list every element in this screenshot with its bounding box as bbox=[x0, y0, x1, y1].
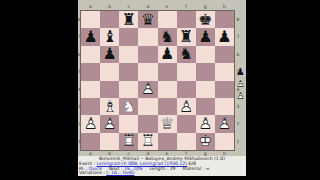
square-h8[interactable] bbox=[215, 11, 234, 28]
white-pawn: ♟♙ bbox=[81, 115, 100, 132]
white-pawn: ♟♙ bbox=[138, 81, 157, 98]
rank-label-7: 7 bbox=[236, 34, 240, 39]
square-f1[interactable] bbox=[177, 133, 196, 150]
black-pawn: ♟ bbox=[196, 28, 215, 45]
square-a8[interactable] bbox=[81, 11, 100, 28]
rank-label-2: 2 bbox=[236, 121, 240, 126]
video-frame: abcdefgh abcdefgh 87654321 87654321 ♜♛♚♟… bbox=[0, 0, 320, 180]
black-rook: ♜ bbox=[177, 28, 196, 45]
white-pawn: ♟♙ bbox=[177, 98, 196, 115]
black-pawn: ♟ bbox=[215, 28, 234, 45]
length-value: Length : 29 bbox=[149, 167, 175, 172]
square-a1[interactable] bbox=[81, 133, 100, 150]
captured-pieces-tray: ♟♟♙♟♙ bbox=[235, 66, 246, 102]
black-queen: ♛ bbox=[138, 11, 157, 28]
material-value: Material : = bbox=[183, 166, 210, 171]
rank-label-8: 8 bbox=[236, 17, 240, 22]
black-knight: ♞ bbox=[177, 46, 196, 63]
square-e5[interactable] bbox=[158, 63, 177, 80]
square-f7[interactable]: ♜ bbox=[177, 28, 196, 45]
square-g7[interactable]: ♟ bbox=[196, 28, 215, 45]
white-king: ♚♔ bbox=[196, 133, 215, 150]
square-f8[interactable] bbox=[177, 11, 196, 28]
square-b8[interactable] bbox=[100, 11, 119, 28]
square-e8[interactable] bbox=[158, 11, 177, 28]
square-f3[interactable]: ♟♙ bbox=[177, 98, 196, 115]
black-pawn-captured: ♟ bbox=[235, 66, 246, 78]
square-c1[interactable]: ♜♖ bbox=[119, 133, 138, 150]
square-g4[interactable] bbox=[196, 81, 215, 98]
square-a5[interactable] bbox=[81, 63, 100, 80]
square-a7[interactable]: ♟ bbox=[81, 28, 100, 45]
square-d5[interactable] bbox=[138, 63, 157, 80]
square-a4[interactable] bbox=[81, 81, 100, 98]
square-g2[interactable]: ♟♙ bbox=[196, 115, 215, 132]
variations-line: Variations : (: 16... fxe6) bbox=[78, 171, 246, 176]
file-label-d: d bbox=[138, 151, 157, 156]
square-g5[interactable] bbox=[196, 63, 215, 80]
square-g1[interactable]: ♚♔ bbox=[196, 133, 215, 150]
square-d2[interactable] bbox=[138, 115, 157, 132]
square-d1[interactable]: ♜♖ bbox=[138, 133, 157, 150]
square-b3[interactable]: ♝♗ bbox=[100, 98, 119, 115]
square-c2[interactable] bbox=[119, 115, 138, 132]
chessboard-panel: abcdefgh abcdefgh 87654321 87654321 ♜♛♚♟… bbox=[78, 0, 246, 156]
square-f6[interactable]: ♞ bbox=[177, 46, 196, 63]
square-a2[interactable]: ♟♙ bbox=[81, 115, 100, 132]
square-e7[interactable]: ♞ bbox=[158, 28, 177, 45]
square-c5[interactable] bbox=[119, 63, 138, 80]
square-b4[interactable] bbox=[100, 81, 119, 98]
black-king: ♚ bbox=[196, 11, 215, 28]
letterbox-right bbox=[246, 0, 320, 180]
black-pawn: ♟ bbox=[81, 28, 100, 45]
white-pawn-captured: ♟♙ bbox=[235, 78, 246, 90]
square-e3[interactable] bbox=[158, 98, 177, 115]
square-e4[interactable] bbox=[158, 81, 177, 98]
file-label-d: d bbox=[138, 4, 157, 9]
square-e1[interactable] bbox=[158, 133, 177, 150]
square-c8[interactable]: ♜ bbox=[119, 11, 138, 28]
white-pawn: ♟♙ bbox=[196, 115, 215, 132]
file-label-b: b bbox=[100, 4, 119, 9]
game-info-caption: Botvinnik_Mikhail -- Batuyev_Andrey Mikh… bbox=[78, 156, 246, 176]
white-bishop: ♝♗ bbox=[100, 98, 119, 115]
file-label-c: c bbox=[119, 4, 138, 9]
file-label-c: c bbox=[119, 151, 138, 156]
square-f2[interactable] bbox=[177, 115, 196, 132]
square-d4[interactable]: ♟♙ bbox=[138, 81, 157, 98]
white-rook: ♜♖ bbox=[138, 133, 157, 150]
square-g6[interactable] bbox=[196, 46, 215, 63]
white-rook: ♜♖ bbox=[119, 133, 138, 150]
square-a6[interactable] bbox=[81, 46, 100, 63]
square-b2[interactable]: ♟♙ bbox=[100, 115, 119, 132]
file-label-g: g bbox=[196, 4, 215, 9]
square-d7[interactable] bbox=[138, 28, 157, 45]
file-label-a: a bbox=[81, 4, 100, 9]
square-h4[interactable] bbox=[215, 81, 234, 98]
white-pawn: ♟♙ bbox=[100, 115, 119, 132]
square-b1[interactable] bbox=[100, 133, 119, 150]
file-label-h: h bbox=[215, 4, 234, 9]
square-b7[interactable]: ♝ bbox=[100, 28, 119, 45]
file-label-g: g bbox=[196, 151, 215, 156]
square-d8[interactable]: ♛ bbox=[138, 11, 157, 28]
square-h6[interactable] bbox=[215, 46, 234, 63]
square-h2[interactable]: ♟♙ bbox=[215, 115, 234, 132]
square-c6[interactable] bbox=[119, 46, 138, 63]
square-e6[interactable]: ♟ bbox=[158, 46, 177, 63]
file-label-e: e bbox=[158, 151, 177, 156]
rank-label-3: 3 bbox=[236, 104, 240, 109]
rank-label-6: 6 bbox=[236, 52, 240, 57]
square-d6[interactable] bbox=[138, 46, 157, 63]
file-label-h: h bbox=[215, 151, 234, 156]
square-h3[interactable] bbox=[215, 98, 234, 115]
square-g3[interactable] bbox=[196, 98, 215, 115]
black-rook: ♜ bbox=[119, 11, 138, 28]
square-h5[interactable] bbox=[215, 63, 234, 80]
square-f4[interactable] bbox=[177, 81, 196, 98]
letterbox-left bbox=[0, 0, 78, 180]
file-label-b: b bbox=[100, 151, 119, 156]
square-c7[interactable] bbox=[119, 28, 138, 45]
black-pawn: ♟ bbox=[100, 46, 119, 63]
rank-label-1: 1 bbox=[236, 139, 240, 144]
square-e2[interactable]: ♛♕ bbox=[158, 115, 177, 132]
variations-label: Variations : bbox=[79, 170, 106, 175]
white-knight: ♞♘ bbox=[119, 98, 138, 115]
black-bishop: ♝ bbox=[100, 28, 119, 45]
black-pawn: ♟ bbox=[158, 46, 177, 63]
white-pawn: ♟♙ bbox=[215, 115, 234, 132]
square-f5[interactable] bbox=[177, 63, 196, 80]
file-label-f: f bbox=[177, 4, 196, 9]
square-g8[interactable]: ♚ bbox=[196, 11, 215, 28]
square-a3[interactable] bbox=[81, 98, 100, 115]
square-d3[interactable] bbox=[138, 98, 157, 115]
square-b6[interactable]: ♟ bbox=[100, 46, 119, 63]
file-label-e: e bbox=[158, 4, 177, 9]
white-queen: ♛♕ bbox=[158, 115, 177, 132]
black-knight: ♞ bbox=[158, 28, 177, 45]
white-pawn-captured: ♟♙ bbox=[235, 90, 246, 102]
square-c3[interactable]: ♞♘ bbox=[119, 98, 138, 115]
square-h1[interactable] bbox=[215, 133, 234, 150]
file-label-a: a bbox=[81, 151, 100, 156]
square-h7[interactable]: ♟ bbox=[215, 28, 234, 45]
chessboard: ♜♛♚♟♝♞♜♟♟♟♟♞♟♙♝♗♞♘♟♙♟♙♟♙♛♕♟♙♟♙♜♖♜♖♚♔ bbox=[81, 11, 234, 150]
file-label-f: f bbox=[177, 151, 196, 156]
variations-link[interactable]: (: 16... fxe6) bbox=[106, 170, 134, 175]
square-c4[interactable] bbox=[119, 81, 138, 98]
square-b5[interactable] bbox=[100, 63, 119, 80]
